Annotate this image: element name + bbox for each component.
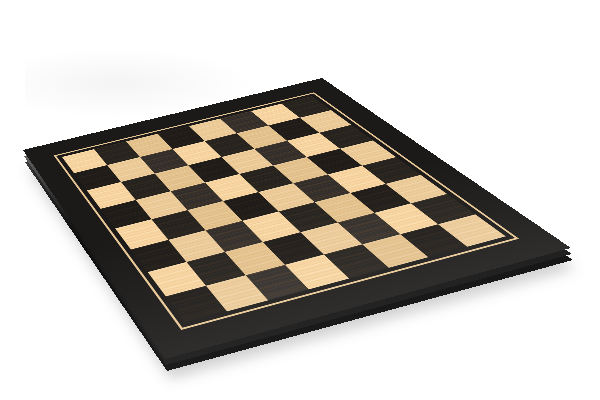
product-photo bbox=[0, 0, 600, 400]
chess-board bbox=[23, 78, 571, 359]
